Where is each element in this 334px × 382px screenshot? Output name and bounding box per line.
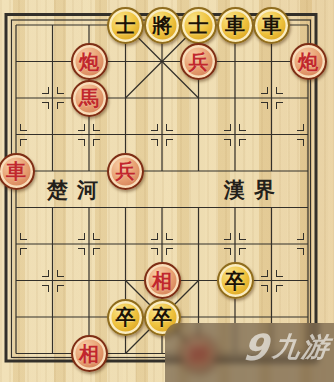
point-marker-corner bbox=[239, 139, 246, 146]
point-marker-corner bbox=[151, 139, 158, 146]
point-marker-corner bbox=[297, 139, 304, 146]
point-marker-corner bbox=[20, 139, 27, 146]
point-marker-corner bbox=[261, 102, 268, 109]
piece-red-cannon[interactable]: 炮 bbox=[71, 43, 108, 80]
point-marker bbox=[78, 124, 100, 146]
point-marker-corner bbox=[93, 248, 100, 255]
point-marker-corner bbox=[151, 233, 158, 240]
river-label-left: 楚河 bbox=[47, 177, 107, 203]
point-marker-corner bbox=[261, 87, 268, 94]
piece-red-soldier[interactable]: 兵 bbox=[180, 43, 217, 80]
point-marker bbox=[224, 124, 246, 146]
point-marker-corner bbox=[20, 124, 27, 131]
point-marker-corner bbox=[151, 124, 158, 131]
point-marker-corner bbox=[57, 102, 64, 109]
point-marker bbox=[151, 124, 173, 146]
point-marker bbox=[297, 233, 319, 255]
site-watermark-overlay: 9 九游 bbox=[165, 323, 334, 382]
piece-red-chariot[interactable]: 車 bbox=[0, 153, 35, 190]
point-marker-corner bbox=[297, 124, 304, 131]
point-marker-corner bbox=[42, 270, 49, 277]
point-marker-corner bbox=[78, 233, 85, 240]
xiangqi-board: 楚河 漢界 士將士車車炮兵炮馬車兵相卒卒卒相帥 9 九游 bbox=[0, 0, 334, 382]
point-marker-corner bbox=[93, 233, 100, 240]
point-marker bbox=[5, 124, 27, 146]
point-marker-corner bbox=[78, 248, 85, 255]
point-marker bbox=[42, 87, 64, 109]
piece-black-advisor[interactable]: 士 bbox=[107, 7, 144, 44]
point-marker-corner bbox=[93, 124, 100, 131]
piece-black-general[interactable]: 將 bbox=[144, 7, 181, 44]
point-marker-corner bbox=[239, 233, 246, 240]
river-label-right: 漢界 bbox=[224, 177, 284, 203]
jiuyou-logo: 9 九游 bbox=[241, 326, 333, 368]
point-marker-corner bbox=[42, 87, 49, 94]
point-marker-corner bbox=[166, 233, 173, 240]
point-marker-corner bbox=[276, 87, 283, 94]
point-marker-corner bbox=[166, 248, 173, 255]
point-marker bbox=[224, 233, 246, 255]
piece-red-elephant[interactable]: 相 bbox=[71, 335, 108, 372]
piece-black-advisor[interactable]: 士 bbox=[180, 7, 217, 44]
point-marker bbox=[297, 124, 319, 146]
point-marker-corner bbox=[78, 139, 85, 146]
piece-black-chariot[interactable]: 車 bbox=[253, 7, 290, 44]
point-marker-corner bbox=[57, 285, 64, 292]
point-marker-corner bbox=[297, 248, 304, 255]
piece-red-elephant[interactable]: 相 bbox=[144, 262, 181, 299]
point-marker-corner bbox=[42, 285, 49, 292]
piece-black-soldier[interactable]: 卒 bbox=[217, 262, 254, 299]
point-marker-corner bbox=[224, 124, 231, 131]
point-marker-corner bbox=[276, 270, 283, 277]
point-marker bbox=[78, 233, 100, 255]
piece-red-horse[interactable]: 馬 bbox=[71, 80, 108, 117]
jiuyou-logo-text: 九游 bbox=[271, 329, 333, 365]
point-marker bbox=[42, 270, 64, 292]
point-marker-corner bbox=[166, 139, 173, 146]
point-marker-corner bbox=[261, 270, 268, 277]
point-marker-corner bbox=[151, 248, 158, 255]
point-marker-corner bbox=[239, 124, 246, 131]
point-marker-corner bbox=[42, 102, 49, 109]
point-marker-corner bbox=[276, 285, 283, 292]
point-marker bbox=[261, 87, 283, 109]
jiuyou-logo-9-icon: 9 bbox=[241, 327, 270, 368]
point-marker-corner bbox=[78, 124, 85, 131]
point-marker-corner bbox=[57, 270, 64, 277]
point-marker-corner bbox=[224, 248, 231, 255]
point-marker bbox=[151, 233, 173, 255]
point-marker-corner bbox=[93, 139, 100, 146]
point-marker-corner bbox=[166, 124, 173, 131]
piece-black-soldier[interactable]: 卒 bbox=[107, 299, 144, 336]
point-marker-corner bbox=[20, 233, 27, 240]
point-marker-corner bbox=[57, 87, 64, 94]
point-marker-corner bbox=[224, 233, 231, 240]
point-marker bbox=[261, 270, 283, 292]
point-marker-corner bbox=[276, 102, 283, 109]
point-marker-corner bbox=[297, 233, 304, 240]
point-marker-corner bbox=[261, 285, 268, 292]
piece-red-cannon[interactable]: 炮 bbox=[290, 43, 327, 80]
piece-black-chariot[interactable]: 車 bbox=[217, 7, 254, 44]
piece-red-soldier[interactable]: 兵 bbox=[107, 153, 144, 190]
point-marker-corner bbox=[224, 139, 231, 146]
point-marker-corner bbox=[20, 248, 27, 255]
point-marker bbox=[5, 233, 27, 255]
point-marker-corner bbox=[239, 248, 246, 255]
